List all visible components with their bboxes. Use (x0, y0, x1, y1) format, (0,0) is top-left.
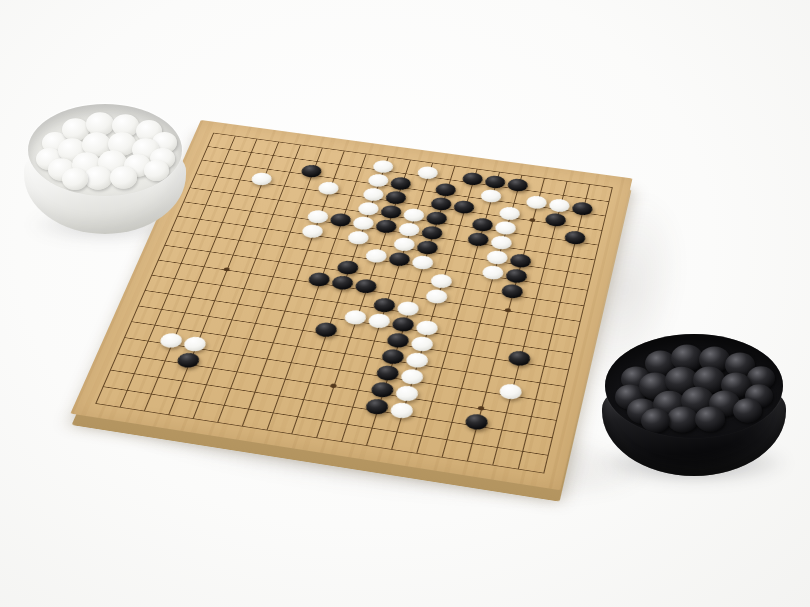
white-bowl-stone (144, 160, 169, 181)
white-stone[interactable] (306, 209, 331, 224)
white-stone[interactable] (498, 383, 524, 401)
white-stone[interactable] (343, 309, 368, 326)
white-stone[interactable] (182, 335, 209, 352)
black-stone[interactable] (571, 201, 594, 216)
black-stone[interactable] (415, 240, 439, 256)
black-stone[interactable] (563, 230, 587, 246)
black-stone[interactable] (328, 212, 352, 227)
white-stone-bowl[interactable] (22, 98, 188, 236)
black-stone[interactable] (471, 217, 495, 233)
white-stone[interactable] (409, 335, 434, 352)
white-bowl-stone (110, 166, 137, 189)
white-stone[interactable] (371, 159, 395, 174)
black-stone[interactable] (420, 225, 444, 241)
star-point (330, 383, 338, 388)
black-stone[interactable] (385, 332, 411, 349)
black-stone-bowl[interactable] (600, 328, 788, 478)
black-stone[interactable] (369, 381, 395, 399)
black-stone[interactable] (504, 268, 528, 284)
white-bowl-stone (84, 166, 112, 190)
white-stone[interactable] (397, 222, 421, 238)
black-stone[interactable] (429, 196, 453, 211)
white-stone[interactable] (396, 300, 421, 317)
white-stone[interactable] (366, 173, 390, 188)
white-stone[interactable] (429, 273, 454, 289)
black-stone[interactable] (313, 321, 339, 338)
black-stone[interactable] (389, 176, 413, 191)
black-stone[interactable] (509, 253, 533, 269)
white-stone[interactable] (410, 255, 435, 271)
black-stone[interactable] (466, 232, 490, 248)
white-stone[interactable] (404, 352, 430, 370)
white-stone[interactable] (356, 201, 380, 216)
star-point (223, 267, 230, 272)
black-bowl-stone (695, 406, 725, 431)
white-stone[interactable] (249, 172, 273, 187)
photo-background (0, 0, 810, 607)
white-stone[interactable] (361, 187, 385, 202)
black-stone[interactable] (372, 297, 397, 314)
white-stone[interactable] (364, 248, 389, 264)
black-stone[interactable] (307, 271, 332, 287)
white-stone[interactable] (424, 288, 449, 305)
star-point (504, 308, 511, 313)
white-stone[interactable] (394, 385, 420, 403)
white-stone[interactable] (525, 195, 548, 210)
white-stone[interactable] (489, 235, 513, 251)
white-bowl-opening (28, 104, 182, 196)
black-stone[interactable] (464, 413, 490, 431)
star-point (477, 406, 484, 411)
black-stone[interactable] (330, 275, 355, 291)
white-stone[interactable] (402, 207, 426, 222)
black-stone[interactable] (384, 190, 408, 205)
white-stone[interactable] (548, 198, 571, 213)
white-stone[interactable] (416, 165, 440, 180)
white-stone[interactable] (479, 188, 503, 203)
black-stone[interactable] (379, 204, 403, 219)
white-stone[interactable] (316, 181, 340, 196)
black-stone[interactable] (507, 350, 532, 367)
black-bowl-stone (667, 406, 698, 432)
white-stone[interactable] (392, 236, 416, 252)
star-point (529, 218, 536, 222)
white-stone[interactable] (494, 220, 518, 236)
black-stone[interactable] (500, 283, 524, 300)
black-stone[interactable] (452, 199, 476, 214)
white-stone[interactable] (158, 332, 185, 349)
white-bowl-stone (62, 168, 88, 190)
black-stone[interactable] (364, 398, 390, 416)
white-stone[interactable] (346, 230, 371, 246)
black-stone[interactable] (506, 178, 529, 193)
black-stone[interactable] (390, 316, 415, 333)
black-bowl-stone (733, 398, 762, 422)
white-stone[interactable] (399, 368, 425, 386)
black-stone[interactable] (353, 278, 378, 294)
white-stone[interactable] (485, 250, 509, 266)
black-stone[interactable] (387, 251, 412, 267)
black-stone[interactable] (375, 364, 401, 382)
white-stone[interactable] (300, 223, 325, 239)
black-stone[interactable] (299, 164, 323, 179)
black-stone[interactable] (425, 211, 449, 226)
white-stone[interactable] (367, 312, 392, 329)
black-stone[interactable] (434, 182, 458, 197)
white-stone[interactable] (481, 265, 505, 281)
black-bowl-stone (641, 408, 670, 432)
white-stone[interactable] (498, 206, 522, 221)
black-bowl-opening (605, 334, 783, 438)
white-stone[interactable] (389, 401, 415, 419)
black-stone[interactable] (483, 175, 506, 190)
black-stone[interactable] (374, 219, 398, 235)
white-stone[interactable] (351, 215, 375, 231)
black-stone[interactable] (335, 260, 360, 276)
black-stone[interactable] (461, 171, 484, 186)
black-stone[interactable] (544, 212, 567, 227)
black-stone[interactable] (175, 352, 202, 370)
black-stone[interactable] (380, 348, 406, 365)
white-stone[interactable] (414, 319, 439, 336)
